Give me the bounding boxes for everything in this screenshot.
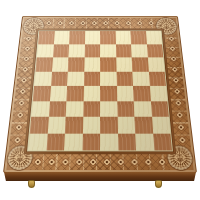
inlay-band <box>24 28 176 154</box>
square-r7c3[interactable] <box>65 117 83 133</box>
square-r3c2[interactable] <box>52 57 69 71</box>
square-r8c8[interactable] <box>153 133 172 150</box>
square-r7c2[interactable] <box>47 117 65 133</box>
square-r7c6[interactable] <box>117 117 135 133</box>
square-r2c3[interactable] <box>68 44 84 57</box>
square-r6c4[interactable] <box>83 101 100 117</box>
square-r4c4[interactable] <box>84 71 100 85</box>
square-r6c2[interactable] <box>48 101 66 117</box>
square-r5c4[interactable] <box>83 86 100 101</box>
square-r8c2[interactable] <box>46 133 65 150</box>
square-r4c7[interactable] <box>132 71 149 85</box>
square-r7c4[interactable] <box>82 117 100 133</box>
square-r8c5[interactable] <box>100 133 118 150</box>
square-r2c4[interactable] <box>84 44 100 57</box>
square-r4c2[interactable] <box>51 71 68 85</box>
board-foot-right <box>155 180 162 188</box>
square-r8c3[interactable] <box>64 133 82 150</box>
square-r6c3[interactable] <box>66 101 84 117</box>
square-r7c1[interactable] <box>30 117 49 133</box>
square-r4c6[interactable] <box>116 71 133 85</box>
square-r5c7[interactable] <box>133 86 151 101</box>
square-r1c8[interactable] <box>146 31 162 44</box>
square-r2c8[interactable] <box>146 44 163 57</box>
square-r3c7[interactable] <box>132 57 149 71</box>
square-r8c1[interactable] <box>28 133 47 150</box>
square-r6c1[interactable] <box>31 101 49 117</box>
board-perspective <box>3 0 197 173</box>
square-r3c8[interactable] <box>147 57 164 71</box>
carving-border-top-icon <box>43 18 158 29</box>
square-r2c5[interactable] <box>100 44 116 57</box>
square-r4c8[interactable] <box>148 71 165 85</box>
square-r6c5[interactable] <box>100 101 117 117</box>
carved-frame <box>3 16 197 173</box>
square-r4c5[interactable] <box>100 71 116 85</box>
square-r3c3[interactable] <box>68 57 84 71</box>
square-r8c6[interactable] <box>118 133 136 150</box>
square-r5c8[interactable] <box>149 86 167 101</box>
square-r7c5[interactable] <box>100 117 118 133</box>
board-tilt <box>3 16 197 173</box>
square-r5c5[interactable] <box>100 86 117 101</box>
square-r3c4[interactable] <box>84 57 100 71</box>
square-r6c6[interactable] <box>117 101 135 117</box>
square-r7c7[interactable] <box>134 117 152 133</box>
square-r7c8[interactable] <box>152 117 171 133</box>
square-r2c2[interactable] <box>53 44 69 57</box>
square-r2c1[interactable] <box>37 44 54 57</box>
square-r5c3[interactable] <box>66 86 83 101</box>
square-r1c2[interactable] <box>54 31 70 44</box>
square-r8c7[interactable] <box>135 133 154 150</box>
square-r1c5[interactable] <box>100 31 115 44</box>
square-r1c6[interactable] <box>115 31 131 44</box>
board-foot-left <box>28 180 35 188</box>
square-r3c5[interactable] <box>100 57 116 71</box>
square-r5c6[interactable] <box>116 86 133 101</box>
square-r8c4[interactable] <box>82 133 100 150</box>
photo-scene <box>0 0 200 200</box>
square-r5c2[interactable] <box>50 86 68 101</box>
square-r4c3[interactable] <box>67 71 84 85</box>
square-r6c8[interactable] <box>150 101 168 117</box>
square-r4c1[interactable] <box>34 71 51 85</box>
square-r3c6[interactable] <box>116 57 132 71</box>
square-r5c1[interactable] <box>33 86 51 101</box>
square-r1c3[interactable] <box>69 31 85 44</box>
carving-border-bottom-icon <box>30 154 169 170</box>
square-r6c7[interactable] <box>134 101 152 117</box>
square-r1c4[interactable] <box>85 31 100 44</box>
square-r3c1[interactable] <box>35 57 52 71</box>
square-r1c7[interactable] <box>130 31 146 44</box>
chess-board <box>27 31 173 152</box>
square-r2c7[interactable] <box>131 44 147 57</box>
square-r2c6[interactable] <box>115 44 131 57</box>
square-r1c1[interactable] <box>38 31 54 44</box>
